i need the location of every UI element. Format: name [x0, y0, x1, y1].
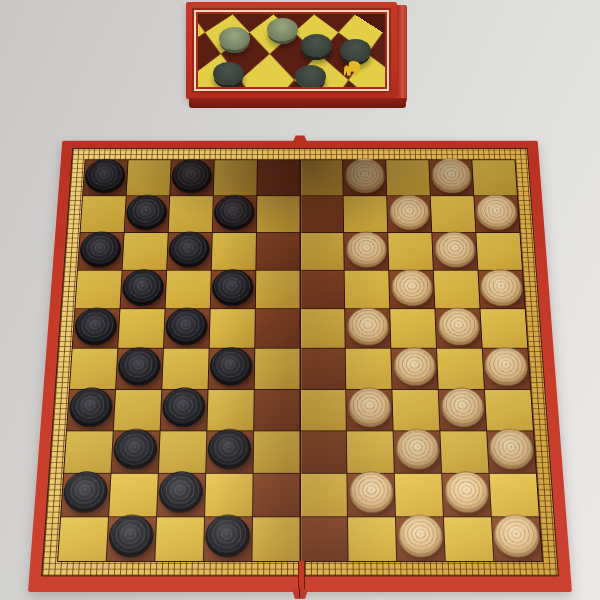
square-r6c10[interactable]: [483, 349, 530, 389]
square-r4c1[interactable]: [75, 271, 121, 309]
square-r6c4[interactable]: [208, 349, 254, 389]
square-r5c3[interactable]: [164, 309, 210, 348]
square-r6c8[interactable]: [392, 349, 438, 389]
game-box-side-face: [397, 5, 407, 102]
square-r5c1[interactable]: [73, 309, 120, 348]
white-checker[interactable]: [398, 515, 444, 558]
square-r10c9[interactable]: [444, 517, 493, 561]
square-r8c3[interactable]: [159, 431, 206, 473]
white-checker[interactable]: [391, 269, 434, 306]
greek-key-border: [41, 148, 559, 576]
square-r4c5[interactable]: [255, 271, 299, 309]
black-checker[interactable]: [117, 347, 161, 386]
square-r3c9[interactable]: [432, 233, 477, 270]
square-r10c4[interactable]: [204, 517, 252, 561]
square-r9c5[interactable]: [253, 474, 300, 517]
square-r7c3[interactable]: [160, 390, 207, 431]
black-checker[interactable]: [74, 308, 118, 346]
square-r5c2[interactable]: [118, 309, 164, 348]
square-r10c7[interactable]: [348, 517, 396, 561]
black-checker[interactable]: [63, 472, 109, 514]
square-r2c2[interactable]: [125, 196, 170, 232]
square-r10c6[interactable]: [300, 517, 347, 561]
square-r10c8[interactable]: [396, 517, 445, 561]
square-r3c7[interactable]: [344, 233, 388, 270]
white-checker[interactable]: [484, 347, 529, 386]
square-r6c7[interactable]: [346, 349, 392, 389]
square-r8c6[interactable]: [300, 431, 346, 473]
square-r6c2[interactable]: [116, 349, 163, 389]
square-r1c1[interactable]: [83, 160, 128, 195]
square-r1c7[interactable]: [343, 160, 386, 195]
square-r3c1[interactable]: [78, 233, 124, 270]
black-checker[interactable]: [79, 231, 122, 267]
square-r2c4[interactable]: [212, 196, 256, 232]
square-r1c10[interactable]: [472, 160, 517, 195]
box-art-checker: [340, 39, 371, 62]
board-red-frame: [28, 141, 572, 592]
black-checker[interactable]: [205, 515, 250, 558]
square-r5c9[interactable]: [436, 309, 482, 348]
white-checker[interactable]: [346, 231, 388, 267]
white-checker[interactable]: [393, 347, 437, 386]
square-r7c1[interactable]: [67, 390, 115, 431]
square-r8c4[interactable]: [206, 431, 253, 473]
square-r2c10[interactable]: [474, 196, 519, 232]
black-checker[interactable]: [69, 388, 114, 428]
square-r10c3[interactable]: [155, 517, 204, 561]
square-r8c9[interactable]: [441, 431, 489, 473]
box-art-checker: [295, 65, 326, 87]
square-r7c6[interactable]: [300, 390, 346, 431]
white-checker[interactable]: [493, 515, 540, 558]
square-r9c10[interactable]: [490, 474, 539, 517]
square-r6c6[interactable]: [300, 349, 345, 389]
square-r9c3[interactable]: [157, 474, 205, 517]
fold-seam-red-hinge: [298, 561, 305, 592]
square-r6c5[interactable]: [254, 349, 299, 389]
black-checker[interactable]: [108, 515, 154, 558]
black-checker[interactable]: [158, 472, 203, 514]
square-r10c10[interactable]: [492, 517, 542, 561]
square-r7c4[interactable]: [207, 390, 253, 431]
black-checker[interactable]: [113, 429, 158, 470]
square-r9c8[interactable]: [395, 474, 443, 517]
square-r3c4[interactable]: [211, 233, 255, 270]
board-grid-holder: [57, 160, 543, 562]
board-grid: [58, 160, 542, 561]
square-r1c3[interactable]: [170, 160, 214, 195]
square-r2c7[interactable]: [344, 196, 388, 232]
white-checker[interactable]: [347, 308, 390, 346]
square-r8c2[interactable]: [111, 431, 159, 473]
square-r2c1[interactable]: [81, 196, 126, 232]
game-box-base-shadow: [189, 98, 406, 108]
square-r3c6[interactable]: [300, 233, 344, 270]
square-r3c3[interactable]: [167, 233, 212, 270]
black-checker[interactable]: [207, 429, 251, 470]
black-checker[interactable]: [126, 195, 168, 230]
square-r4c9[interactable]: [434, 271, 480, 309]
square-r4c6[interactable]: [300, 271, 344, 309]
white-checker[interactable]: [434, 231, 477, 267]
game-box: [186, 2, 397, 99]
square-r5c6[interactable]: [300, 309, 345, 348]
black-checker[interactable]: [171, 159, 212, 193]
square-r2c3[interactable]: [169, 196, 213, 232]
square-r5c4[interactable]: [209, 309, 254, 348]
square-r9c4[interactable]: [205, 474, 252, 517]
white-checker[interactable]: [440, 388, 485, 428]
square-r2c9[interactable]: [431, 196, 476, 232]
black-checker[interactable]: [212, 269, 254, 306]
square-r7c2[interactable]: [114, 390, 161, 431]
square-r1c9[interactable]: [429, 160, 473, 195]
square-r9c7[interactable]: [348, 474, 395, 517]
box-art-checker: [219, 27, 250, 50]
square-r9c6[interactable]: [300, 474, 347, 517]
white-checker[interactable]: [488, 429, 534, 470]
square-r2c5[interactable]: [256, 196, 299, 232]
black-checker[interactable]: [210, 347, 253, 386]
square-r7c8[interactable]: [393, 390, 440, 431]
square-r3c5[interactable]: [256, 233, 300, 270]
box-art-checker: [267, 18, 298, 41]
photo-scene: [0, 0, 600, 600]
square-r8c1[interactable]: [64, 431, 113, 473]
white-checker[interactable]: [476, 195, 518, 230]
square-r10c5[interactable]: [252, 517, 299, 561]
square-r6c9[interactable]: [437, 349, 484, 389]
white-checker[interactable]: [431, 159, 473, 193]
square-r8c10[interactable]: [487, 431, 536, 473]
draughts-board: [28, 141, 572, 592]
white-checker[interactable]: [348, 388, 392, 428]
square-r7c5[interactable]: [254, 390, 300, 431]
square-r9c1[interactable]: [61, 474, 110, 517]
white-checker[interactable]: [437, 308, 481, 346]
square-r8c7[interactable]: [347, 431, 394, 473]
white-checker[interactable]: [389, 195, 431, 230]
fold-tab-top: [292, 136, 308, 144]
white-checker[interactable]: [395, 429, 440, 470]
square-r5c7[interactable]: [345, 309, 390, 348]
square-r9c2[interactable]: [109, 474, 158, 517]
square-r4c4[interactable]: [210, 271, 255, 309]
black-checker[interactable]: [168, 231, 210, 267]
square-r3c10[interactable]: [476, 233, 522, 270]
square-r1c6[interactable]: [300, 160, 343, 195]
square-r1c2[interactable]: [127, 160, 171, 195]
square-r1c4[interactable]: [213, 160, 256, 195]
white-checker[interactable]: [345, 159, 386, 193]
square-r2c6[interactable]: [300, 196, 343, 232]
white-checker[interactable]: [349, 472, 394, 514]
box-lid-artwork: [198, 14, 385, 87]
box-art-checker: [213, 62, 244, 85]
black-checker[interactable]: [84, 159, 126, 193]
square-r4c10[interactable]: [478, 271, 524, 309]
fold-tab-bottom: [292, 589, 308, 599]
square-r9c9[interactable]: [442, 474, 491, 517]
square-r10c1[interactable]: [58, 517, 108, 561]
square-r1c8[interactable]: [386, 160, 430, 195]
white-checker[interactable]: [480, 269, 524, 306]
square-r3c8[interactable]: [388, 233, 433, 270]
square-r8c5[interactable]: [253, 431, 299, 473]
square-r8c8[interactable]: [394, 431, 441, 473]
square-r1c5[interactable]: [257, 160, 300, 195]
square-r4c8[interactable]: [389, 271, 434, 309]
black-checker[interactable]: [165, 308, 208, 346]
square-r3c2[interactable]: [122, 233, 167, 270]
square-r5c8[interactable]: [391, 309, 437, 348]
square-r10c2[interactable]: [107, 517, 156, 561]
square-r6c1[interactable]: [70, 349, 117, 389]
black-checker[interactable]: [162, 388, 206, 428]
square-r2c8[interactable]: [387, 196, 431, 232]
fold-tab-slit: [299, 589, 300, 598]
white-checker[interactable]: [444, 472, 490, 514]
square-r4c2[interactable]: [120, 271, 166, 309]
square-r5c10[interactable]: [481, 309, 528, 348]
square-r7c9[interactable]: [439, 390, 486, 431]
square-r7c7[interactable]: [347, 390, 393, 431]
square-r6c3[interactable]: [162, 349, 208, 389]
square-r5c5[interactable]: [255, 309, 300, 348]
black-checker[interactable]: [122, 269, 165, 306]
square-r4c7[interactable]: [345, 271, 390, 309]
square-r7c10[interactable]: [485, 390, 533, 431]
square-r4c3[interactable]: [165, 271, 210, 309]
black-checker[interactable]: [214, 195, 255, 230]
